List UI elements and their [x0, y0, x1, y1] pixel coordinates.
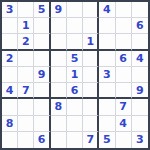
given-digit: 4	[119, 118, 127, 129]
cell-r9c1[interactable]	[2, 132, 18, 148]
given-digit: 1	[22, 20, 30, 31]
cell-r5c5[interactable]: 1	[67, 67, 83, 83]
cell-r3c6[interactable]: 1	[83, 34, 99, 50]
cell-r9c4[interactable]	[51, 132, 67, 148]
given-digit: 2	[22, 36, 30, 47]
given-digit: 9	[54, 4, 62, 15]
given-digit: 8	[6, 118, 14, 129]
cell-r3c4[interactable]	[51, 34, 67, 50]
given-digit: 3	[103, 69, 111, 80]
cell-r4c7[interactable]	[99, 51, 115, 67]
cell-r6c1[interactable]: 4	[2, 83, 18, 99]
cell-r2c6[interactable]	[83, 18, 99, 34]
cell-r4c8[interactable]: 6	[116, 51, 132, 67]
cell-r9c2[interactable]	[18, 132, 34, 148]
cell-r6c2[interactable]: 7	[18, 83, 34, 99]
cell-r5c1[interactable]	[2, 67, 18, 83]
given-digit: 6	[38, 134, 46, 145]
cell-r5c4[interactable]	[51, 67, 67, 83]
cell-r2c7[interactable]	[99, 18, 115, 34]
cell-r9c8[interactable]	[116, 132, 132, 148]
cell-r8c8[interactable]: 4	[116, 116, 132, 132]
cell-r8c3[interactable]	[34, 116, 50, 132]
cell-r4c3[interactable]	[34, 51, 50, 67]
cell-r3c5[interactable]	[67, 34, 83, 50]
given-digit: 3	[136, 134, 144, 145]
cell-r1c7[interactable]: 4	[99, 2, 115, 18]
cell-r8c4[interactable]	[51, 116, 67, 132]
given-digit: 6	[71, 85, 79, 96]
cell-r3c1[interactable]	[2, 34, 18, 50]
cell-r6c9[interactable]: 9	[132, 83, 148, 99]
cell-r5c7[interactable]: 3	[99, 67, 115, 83]
cell-r2c4[interactable]	[51, 18, 67, 34]
cell-r4c5[interactable]: 5	[67, 51, 83, 67]
cell-r3c2[interactable]: 2	[18, 34, 34, 50]
cell-r9c3[interactable]: 6	[34, 132, 50, 148]
cell-r8c5[interactable]	[67, 116, 83, 132]
cell-r7c8[interactable]: 7	[116, 99, 132, 115]
given-digit: 4	[6, 85, 14, 96]
cell-r1c1[interactable]: 3	[2, 2, 18, 18]
cell-r7c6[interactable]	[83, 99, 99, 115]
cell-r5c9[interactable]	[132, 67, 148, 83]
cell-r7c3[interactable]	[34, 99, 50, 115]
cell-r7c1[interactable]	[2, 99, 18, 115]
cell-r5c6[interactable]	[83, 67, 99, 83]
given-digit: 2	[6, 53, 14, 64]
cell-r2c8[interactable]	[116, 18, 132, 34]
cell-r9c5[interactable]	[67, 132, 83, 148]
cell-r6c4[interactable]	[51, 83, 67, 99]
cell-r4c9[interactable]: 4	[132, 51, 148, 67]
given-digit: 9	[136, 85, 144, 96]
cell-r4c2[interactable]	[18, 51, 34, 67]
given-digit: 1	[71, 69, 79, 80]
given-digit: 5	[71, 53, 79, 64]
cell-r1c9[interactable]	[132, 2, 148, 18]
given-digit: 7	[22, 85, 30, 96]
cell-r2c1[interactable]	[2, 18, 18, 34]
cell-r1c5[interactable]	[67, 2, 83, 18]
sudoku-board: 359416212564913476987846753	[0, 0, 150, 150]
cell-r7c5[interactable]	[67, 99, 83, 115]
cell-r8c7[interactable]	[99, 116, 115, 132]
cell-r3c8[interactable]	[116, 34, 132, 50]
cell-r8c1[interactable]: 8	[2, 116, 18, 132]
cell-r2c5[interactable]	[67, 18, 83, 34]
cell-r8c2[interactable]	[18, 116, 34, 132]
cell-r3c7[interactable]	[99, 34, 115, 50]
cell-r4c6[interactable]	[83, 51, 99, 67]
cell-r1c6[interactable]	[83, 2, 99, 18]
cell-r9c6[interactable]: 7	[83, 132, 99, 148]
cell-r6c7[interactable]	[99, 83, 115, 99]
cell-r6c6[interactable]	[83, 83, 99, 99]
cell-r7c7[interactable]	[99, 99, 115, 115]
cell-r7c9[interactable]	[132, 99, 148, 115]
cell-r7c2[interactable]	[18, 99, 34, 115]
cell-r2c2[interactable]: 1	[18, 18, 34, 34]
given-digit: 6	[136, 20, 144, 31]
given-digit: 7	[119, 101, 127, 112]
cell-r6c3[interactable]	[34, 83, 50, 99]
given-digit: 7	[86, 134, 94, 145]
cell-r1c3[interactable]: 5	[34, 2, 50, 18]
cell-r8c6[interactable]	[83, 116, 99, 132]
cell-r1c8[interactable]	[116, 2, 132, 18]
given-digit: 4	[136, 53, 144, 64]
cell-r2c9[interactable]: 6	[132, 18, 148, 34]
cell-r3c3[interactable]	[34, 34, 50, 50]
given-digit: 5	[103, 134, 111, 145]
cell-r9c7[interactable]: 5	[99, 132, 115, 148]
cell-r9c9[interactable]: 3	[132, 132, 148, 148]
given-digit: 3	[6, 4, 14, 15]
cell-r4c1[interactable]: 2	[2, 51, 18, 67]
given-digit: 8	[54, 101, 62, 112]
cell-r4c4[interactable]	[51, 51, 67, 67]
cell-r5c2[interactable]	[18, 67, 34, 83]
cell-r7c4[interactable]: 8	[51, 99, 67, 115]
cell-r6c8[interactable]	[116, 83, 132, 99]
cell-r2c3[interactable]	[34, 18, 50, 34]
cell-r3c9[interactable]	[132, 34, 148, 50]
cell-r1c4[interactable]: 9	[51, 2, 67, 18]
given-digit: 5	[38, 4, 46, 15]
cell-r6c5[interactable]: 6	[67, 83, 83, 99]
given-digit: 1	[86, 36, 94, 47]
cell-r1c2[interactable]	[18, 2, 34, 18]
cell-r8c9[interactable]	[132, 116, 148, 132]
cell-r5c8[interactable]	[116, 67, 132, 83]
given-digit: 4	[103, 4, 111, 15]
given-digit: 6	[119, 53, 127, 64]
given-digit: 9	[38, 69, 46, 80]
cell-r5c3[interactable]: 9	[34, 67, 50, 83]
